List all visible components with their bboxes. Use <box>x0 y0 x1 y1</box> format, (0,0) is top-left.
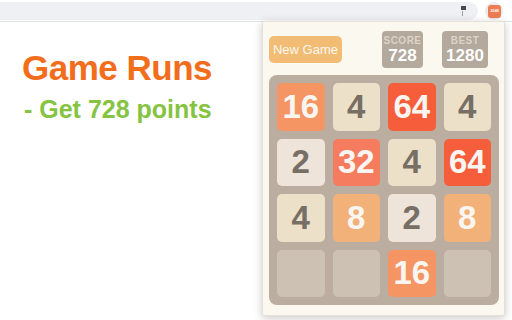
score-label: SCORE <box>383 35 421 47</box>
page-subtitle: - Get 728 points <box>24 95 212 124</box>
cell-empty <box>333 250 381 298</box>
tile-16: 16 <box>388 250 436 298</box>
address-bar[interactable] <box>0 2 478 20</box>
tile-2: 2 <box>277 139 325 187</box>
extension-button-background: 2048 <box>485 2 503 20</box>
best-value: 1280 <box>446 47 484 65</box>
tile-64: 64 <box>444 139 492 187</box>
cell-empty <box>277 250 325 298</box>
best-label: BEST <box>451 35 480 47</box>
tile-16: 16 <box>277 83 325 131</box>
cell-empty <box>444 250 492 298</box>
extension-popup: New Game SCORE 728 BEST 1280 16464423246… <box>262 21 505 316</box>
game-board[interactable]: 164644232464482816 <box>269 75 499 305</box>
score-box: SCORE 728 <box>382 31 423 68</box>
tile-8: 8 <box>333 194 381 242</box>
page-title: Game Runs <box>22 48 212 88</box>
tile-4: 4 <box>333 83 381 131</box>
browser-toolbar: 2048 <box>0 0 512 22</box>
tile-2: 2 <box>388 194 436 242</box>
score-value: 728 <box>388 47 416 65</box>
best-box: BEST 1280 <box>442 31 488 68</box>
page: 2048 Game Runs - Get 728 points New Game… <box>0 0 512 320</box>
extension-badge-label: 2048 <box>490 7 498 15</box>
extension-2048-icon[interactable]: 2048 <box>488 5 501 18</box>
tile-64: 64 <box>388 83 436 131</box>
tile-4: 4 <box>444 83 492 131</box>
cursor-mark <box>461 6 466 10</box>
tile-4: 4 <box>388 139 436 187</box>
tile-32: 32 <box>333 139 381 187</box>
tile-4: 4 <box>277 194 325 242</box>
tile-8: 8 <box>444 194 492 242</box>
new-game-label: New Game <box>273 42 338 57</box>
new-game-button[interactable]: New Game <box>269 36 342 63</box>
